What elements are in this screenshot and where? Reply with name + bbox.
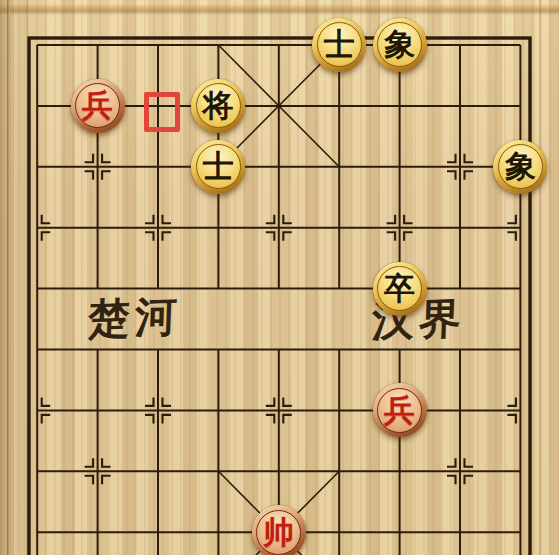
- piece-face: 象: [498, 144, 543, 189]
- piece-face: 将: [196, 83, 241, 128]
- piece-glyph: 兵: [384, 395, 415, 426]
- board-point: [128, 75, 188, 136]
- piece-glyph: 士: [203, 151, 234, 182]
- board-point[interactable]: 兵: [369, 380, 429, 441]
- board-point[interactable]: 帅: [249, 502, 309, 555]
- piece-face: 象: [377, 22, 422, 67]
- piece-face: 帅: [256, 510, 301, 555]
- piece-red-soldier-g7[interactable]: 兵: [373, 383, 427, 437]
- board-point[interactable]: 士: [309, 15, 369, 76]
- piece-glyph: 帅: [263, 517, 294, 548]
- piece-black-advisor-d3[interactable]: 士: [191, 140, 245, 194]
- piece-black-elephant-i3[interactable]: 象: [493, 140, 547, 194]
- piece-glyph: 象: [505, 151, 536, 182]
- piece-glyph: 兵: [82, 90, 113, 121]
- piece-glyph: 卒: [384, 273, 415, 304]
- xiangqi-board[interactable]: 士象兵将士象卒兵帅: [7, 15, 551, 555]
- piece-face: 卒: [377, 266, 422, 311]
- piece-glyph: 士: [324, 29, 355, 60]
- board-point[interactable]: 卒: [369, 258, 429, 319]
- piece-black-elephant-g1[interactable]: 象: [373, 18, 427, 72]
- piece-black-advisor-f1[interactable]: 士: [312, 18, 366, 72]
- piece-red-soldier-b2[interactable]: 兵: [71, 79, 125, 133]
- piece-face: 兵: [377, 388, 422, 433]
- board-point[interactable]: 象: [369, 15, 429, 76]
- xiangqi-game-screen: 楚河 汉界 士象兵将士象卒兵帅: [0, 0, 559, 555]
- piece-glyph: 象: [384, 29, 415, 60]
- piece-face: 士: [317, 22, 362, 67]
- piece-black-soldier-g5[interactable]: 卒: [373, 262, 427, 316]
- piece-face: 士: [196, 144, 241, 189]
- board-point[interactable]: 将: [188, 75, 248, 136]
- piece-red-general-e9[interactable]: 帅: [252, 505, 306, 555]
- piece-face: 兵: [75, 83, 120, 128]
- board-point[interactable]: 象: [490, 136, 550, 197]
- board-point[interactable]: 士: [188, 136, 248, 197]
- piece-glyph: 将: [203, 90, 234, 121]
- piece-black-general-d2[interactable]: 将: [191, 79, 245, 133]
- board-point[interactable]: 兵: [67, 75, 127, 136]
- last-move-marker: [144, 92, 180, 132]
